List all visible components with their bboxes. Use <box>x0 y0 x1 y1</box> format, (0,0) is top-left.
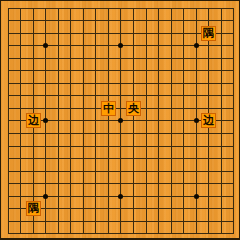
region-label-corner: 隅 <box>201 26 216 41</box>
star-point <box>118 118 123 123</box>
grid-line-vertical <box>133 8 134 234</box>
star-point <box>43 118 48 123</box>
grid-line-horizontal <box>8 221 234 222</box>
grid-line-horizontal <box>8 83 234 84</box>
grid-line-vertical <box>171 8 172 234</box>
star-point <box>43 194 48 199</box>
grid-line-vertical <box>70 8 71 234</box>
star-point <box>118 43 123 48</box>
grid-line-horizontal <box>8 58 234 59</box>
grid-line-vertical <box>108 8 109 234</box>
grid-line-vertical <box>83 8 84 234</box>
star-point <box>118 194 123 199</box>
region-label-center-char-1: 中 <box>101 101 116 116</box>
grid-line-vertical <box>158 8 159 234</box>
grid-line-vertical <box>233 8 234 234</box>
star-point <box>194 118 199 123</box>
grid-line-horizontal <box>8 183 234 184</box>
grid-line-horizontal <box>8 20 234 21</box>
grid-line-vertical <box>8 8 9 234</box>
grid-line-horizontal <box>8 133 234 134</box>
region-label-side: 边 <box>26 113 41 128</box>
grid-line-vertical <box>58 8 59 234</box>
grid-line-horizontal <box>8 108 234 109</box>
go-board[interactable]: 隅边中央边隅 <box>0 0 240 240</box>
grid-line-vertical <box>20 8 21 234</box>
grid-line-vertical <box>183 8 184 234</box>
region-label-center-char-2: 央 <box>126 101 141 116</box>
grid-line-horizontal <box>8 171 234 172</box>
grid-line-horizontal <box>8 8 234 9</box>
grid-line-vertical <box>95 8 96 234</box>
grid-line-horizontal <box>8 233 234 234</box>
star-point <box>43 43 48 48</box>
region-label-corner: 隅 <box>26 201 41 216</box>
grid-line-vertical <box>221 8 222 234</box>
grid-line-horizontal <box>8 158 234 159</box>
grid-line-horizontal <box>8 70 234 71</box>
grid-line-vertical <box>146 8 147 234</box>
star-point <box>194 194 199 199</box>
region-label-side: 边 <box>201 113 216 128</box>
grid-line-horizontal <box>8 146 234 147</box>
grid-line-horizontal <box>8 208 234 209</box>
grid-line-horizontal <box>8 95 234 96</box>
star-point <box>194 43 199 48</box>
